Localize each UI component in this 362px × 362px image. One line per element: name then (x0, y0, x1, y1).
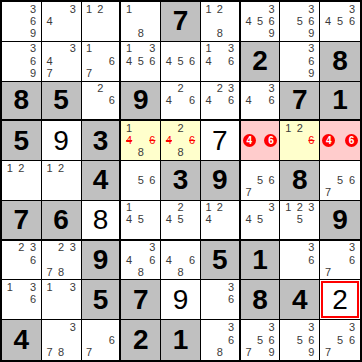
candidate-4-eliminated[interactable]: 4 (163, 135, 175, 147)
candidate-5[interactable]: 5 (135, 214, 147, 226)
candidate-7[interactable]: 7 (84, 67, 95, 79)
candidate-3[interactable]: 3 (306, 43, 318, 55)
candidate-1[interactable]: 1 (203, 3, 214, 15)
candidate-9[interactable]: 9 (27, 28, 39, 40)
cell-r4c4[interactable]: 1468 (121, 121, 161, 161)
candidate-2[interactable]: 2 (175, 122, 187, 134)
empty-mark-slot (106, 67, 117, 79)
cell-r6c7[interactable]: 345 (241, 201, 281, 241)
candidate-5[interactable]: 5 (254, 214, 266, 226)
candidate-6[interactable]: 6 (147, 254, 159, 266)
candidate-7[interactable]: 7 (44, 266, 56, 278)
empty-mark-slot (186, 226, 198, 238)
candidate-6[interactable]: 6 (147, 174, 159, 186)
candidate-6[interactable]: 6 (306, 254, 318, 266)
cell-r8c8[interactable]: 4 (280, 280, 320, 320)
cell-r9c5[interactable]: 1 (161, 320, 201, 360)
candidate-6[interactable]: 6 (27, 55, 39, 67)
empty-mark-slot (55, 254, 67, 266)
empty-mark-slot (254, 94, 266, 106)
candidate-3[interactable]: 3 (266, 321, 278, 334)
candidate-9[interactable]: 9 (266, 346, 278, 359)
candidate-3[interactable]: 3 (67, 242, 79, 254)
candidate-3[interactable]: 3 (306, 242, 318, 254)
candidate-4[interactable]: 4 (163, 254, 175, 266)
candidate-7[interactable]: 7 (322, 266, 334, 278)
cell-r3c1[interactable]: 8 (2, 82, 42, 122)
solved-digit: 7 (212, 127, 228, 155)
candidate-6[interactable]: 6 (306, 55, 318, 67)
cell-r1c4[interactable]: 18 (121, 2, 161, 42)
candidate-5[interactable]: 5 (135, 174, 147, 186)
empty-mark-slot (44, 187, 56, 199)
candidate-4[interactable]: 4 (163, 214, 175, 226)
candidate-8[interactable]: 8 (135, 266, 147, 278)
cell-r7c9[interactable]: 367 (320, 241, 360, 281)
cell-r5c4[interactable]: 56 (121, 161, 161, 201)
candidate-7[interactable]: 7 (322, 187, 334, 199)
candidate-6[interactable]: 6 (186, 55, 198, 67)
candidate-4-circled[interactable]: 4 (322, 134, 335, 147)
pencil-marks: 12 (82, 2, 120, 41)
empty-mark-slot (254, 226, 266, 238)
candidate-2[interactable]: 2 (16, 242, 28, 254)
empty-mark-slot (123, 174, 135, 186)
candidate-8[interactable]: 8 (135, 147, 147, 159)
cell-r2c6[interactable]: 1346 (201, 42, 241, 82)
candidate-8[interactable]: 8 (55, 346, 67, 359)
cell-r3c6[interactable]: 2346 (201, 82, 241, 122)
empty-mark-slot (225, 306, 236, 318)
candidate-6[interactable]: 6 (225, 334, 236, 347)
candidate-7[interactable]: 7 (44, 67, 56, 79)
given-digit: 7 (14, 206, 30, 234)
candidate-9[interactable]: 9 (306, 67, 318, 79)
pencil-marks: 3456 (320, 2, 360, 41)
candidate-2[interactable]: 2 (95, 3, 106, 15)
candidate-5[interactable]: 5 (334, 334, 346, 347)
candidate-3[interactable]: 3 (27, 43, 39, 55)
candidate-4[interactable]: 4 (322, 15, 334, 27)
candidate-9[interactable]: 9 (306, 346, 318, 359)
cell-r4c2[interactable]: 9 (42, 121, 82, 161)
cell-r6c5[interactable]: 245 (161, 201, 201, 241)
cell-r6c1[interactable]: 7 (2, 201, 42, 241)
cell-r7c1[interactable]: 236 (2, 241, 42, 281)
candidate-2[interactable]: 2 (294, 202, 306, 214)
cell-r4c8[interactable]: 126 (280, 121, 320, 161)
cell-r4c6[interactable]: 7 (201, 121, 241, 161)
candidate-6[interactable]: 6 (306, 15, 318, 27)
cell-r6c4[interactable]: 145 (121, 201, 161, 241)
cell-r9c8[interactable]: 3569 (280, 320, 320, 360)
candidate-1[interactable]: 1 (123, 122, 135, 134)
cell-r4c9[interactable]: 46 (320, 121, 360, 161)
candidate-5[interactable]: 5 (254, 15, 266, 27)
candidate-3[interactable]: 3 (67, 281, 79, 293)
cell-r6c6[interactable]: 124 (201, 201, 241, 241)
candidate-8[interactable]: 8 (175, 266, 187, 278)
candidate-3[interactable]: 3 (225, 321, 236, 334)
candidate-5[interactable]: 5 (175, 55, 187, 67)
candidate-6[interactable]: 6 (266, 15, 278, 27)
cell-r1c2[interactable]: 34 (42, 2, 82, 42)
candidate-5[interactable]: 5 (334, 174, 346, 186)
empty-mark-slot (334, 266, 346, 278)
candidate-6[interactable]: 6 (266, 174, 278, 186)
cell-r3c2[interactable]: 5 (42, 82, 82, 122)
cell-r8c5[interactable]: 9 (161, 280, 201, 320)
cell-r9c7[interactable]: 35679 (241, 320, 281, 360)
candidate-5[interactable]: 5 (135, 55, 147, 67)
candidate-1[interactable]: 1 (84, 43, 95, 55)
candidate-4-circled[interactable]: 4 (243, 134, 256, 147)
given-digit: 2 (133, 326, 149, 354)
candidate-3[interactable]: 3 (225, 43, 236, 55)
candidate-6-circled[interactable]: 6 (345, 134, 358, 147)
candidate-4[interactable]: 4 (243, 94, 255, 106)
cell-r1c1[interactable]: 369 (2, 2, 42, 42)
cell-r8c9[interactable]: 2 (320, 280, 360, 320)
cell-r5c2[interactable]: 12 (42, 161, 82, 201)
empty-mark-slot (322, 174, 334, 186)
candidate-6[interactable]: 6 (225, 55, 236, 67)
empty-mark-slot (163, 242, 175, 254)
cell-r5c6[interactable]: 9 (201, 161, 241, 201)
candidate-4[interactable]: 4 (123, 55, 135, 67)
candidate-7[interactable]: 7 (322, 346, 334, 359)
empty-mark-slot (334, 321, 346, 334)
candidate-3[interactable]: 3 (346, 242, 358, 254)
empty-mark-slot (282, 226, 294, 238)
empty-mark-slot (44, 242, 56, 254)
empty-mark-slot (123, 226, 135, 238)
candidate-3[interactable]: 3 (67, 43, 79, 55)
empty-mark-slot (16, 306, 28, 318)
cell-r7c8[interactable]: 36 (280, 241, 320, 281)
candidate-4[interactable]: 4 (203, 55, 214, 67)
candidate-1[interactable]: 1 (123, 3, 135, 15)
candidate-1[interactable]: 1 (282, 122, 294, 134)
cell-r5c1[interactable]: 12 (2, 161, 42, 201)
candidate-5[interactable]: 5 (294, 334, 306, 347)
cell-r3c9[interactable]: 1 (320, 82, 360, 122)
cell-r3c5[interactable]: 246 (161, 82, 201, 122)
empty-mark-slot (95, 55, 106, 67)
empty-mark-slot (106, 3, 117, 15)
candidate-2[interactable]: 2 (175, 202, 187, 214)
cell-r7c5[interactable]: 468 (161, 241, 201, 281)
candidate-1[interactable]: 1 (4, 162, 16, 174)
empty-mark-slot (186, 147, 198, 159)
candidate-6[interactable]: 6 (346, 15, 358, 27)
candidate-8[interactable]: 8 (55, 266, 67, 278)
candidate-3[interactable]: 3 (346, 321, 358, 334)
cell-r8c7[interactable]: 8 (241, 280, 281, 320)
candidate-5[interactable]: 5 (175, 214, 187, 226)
empty-mark-slot (147, 202, 159, 214)
candidate-6-circled[interactable]: 6 (264, 134, 277, 147)
cell-r9c6[interactable]: 368 (201, 320, 241, 360)
candidate-8[interactable]: 8 (214, 346, 225, 359)
empty-mark-slot (203, 294, 214, 306)
cell-r8c1[interactable]: 136 (2, 280, 42, 320)
cell-r2c2[interactable]: 347 (42, 42, 82, 82)
candidate-6-eliminated[interactable]: 6 (186, 135, 198, 147)
pencil-marks: 367 (320, 241, 360, 280)
cell-r9c9[interactable]: 3567 (320, 320, 360, 360)
empty-mark-slot (55, 55, 67, 67)
cell-r2c5[interactable]: 456 (161, 42, 201, 82)
candidate-4[interactable]: 4 (203, 214, 214, 226)
candidate-1[interactable]: 1 (44, 162, 56, 174)
candidate-1[interactable]: 1 (44, 281, 56, 293)
candidate-4[interactable]: 4 (243, 214, 255, 226)
cell-r1c7[interactable]: 34569 (241, 2, 281, 42)
cell-r6c2[interactable]: 6 (42, 201, 82, 241)
candidate-4[interactable]: 4 (44, 55, 56, 67)
empty-mark-slot (95, 28, 106, 40)
cell-r9c2[interactable]: 378 (42, 320, 82, 360)
empty-mark-slot (4, 55, 16, 67)
candidate-6[interactable]: 6 (106, 334, 117, 347)
empty-mark-slot (186, 242, 198, 254)
cell-r6c9[interactable]: 9 (320, 201, 360, 241)
empty-mark-slot (55, 43, 67, 55)
cell-r3c7[interactable]: 346 (241, 82, 281, 122)
empty-mark-slot (254, 202, 266, 214)
candidate-3[interactable]: 3 (147, 242, 159, 254)
pencil-marks: 3569 (280, 320, 319, 360)
empty-mark-slot (16, 55, 28, 67)
cell-r4c5[interactable]: 2468 (161, 121, 201, 161)
pencil-marks: 246 (161, 82, 200, 120)
candidate-7[interactable]: 7 (84, 346, 95, 359)
cell-r8c4[interactable]: 7 (121, 280, 161, 320)
cell-r4c3[interactable]: 3 (82, 121, 122, 161)
candidate-6[interactable]: 6 (106, 55, 117, 67)
given-digit: 5 (93, 286, 109, 314)
candidate-6[interactable]: 6 (266, 94, 278, 106)
candidate-2[interactable]: 2 (55, 242, 67, 254)
candidate-4[interactable]: 4 (123, 254, 135, 266)
cell-r8c2[interactable]: 13 (42, 280, 82, 320)
candidate-6[interactable]: 6 (27, 294, 39, 306)
candidate-8[interactable]: 8 (214, 28, 225, 40)
candidate-6[interactable]: 6 (27, 15, 39, 27)
cell-r2c7[interactable]: 2 (241, 42, 281, 82)
empty-mark-slot (44, 28, 56, 40)
candidate-5[interactable]: 5 (294, 214, 306, 226)
empty-mark-slot (27, 187, 39, 199)
cell-r8c3[interactable]: 5 (82, 280, 122, 320)
empty-mark-slot (44, 306, 56, 318)
empty-mark-slot (225, 3, 236, 15)
empty-mark-slot (106, 83, 117, 95)
candidate-5[interactable]: 5 (334, 15, 346, 27)
candidate-4[interactable]: 4 (123, 214, 135, 226)
cell-r4c1[interactable]: 5 (2, 121, 42, 161)
empty-mark-slot (203, 321, 214, 334)
cell-r1c6[interactable]: 128 (201, 2, 241, 42)
empty-mark-slot (214, 214, 225, 226)
empty-mark-slot (16, 28, 28, 40)
candidate-8[interactable]: 8 (135, 28, 147, 40)
empty-mark-slot (175, 106, 187, 118)
candidate-1[interactable]: 1 (84, 3, 95, 15)
empty-mark-slot (55, 174, 67, 186)
cell-r7c3[interactable]: 9 (82, 241, 122, 281)
candidate-8[interactable]: 8 (175, 147, 187, 159)
cell-r7c4[interactable]: 3468 (121, 241, 161, 281)
empty-mark-slot (306, 266, 318, 278)
candidate-3[interactable]: 3 (346, 3, 358, 15)
candidate-9[interactable]: 9 (266, 28, 278, 40)
cell-r7c2[interactable]: 2378 (42, 241, 82, 281)
cell-r5c7[interactable]: 567 (241, 161, 281, 201)
candidate-6[interactable]: 6 (225, 94, 236, 106)
candidate-4[interactable]: 4 (203, 94, 214, 106)
candidate-4[interactable]: 4 (163, 94, 175, 106)
empty-mark-slot (67, 334, 79, 347)
empty-mark-slot (214, 15, 225, 27)
cell-r9c4[interactable]: 2 (121, 320, 161, 360)
empty-mark-slot (203, 306, 214, 318)
cell-r5c5[interactable]: 3 (161, 161, 201, 201)
cell-r1c5[interactable]: 7 (161, 2, 201, 42)
candidate-3[interactable]: 3 (266, 83, 278, 95)
candidate-4-eliminated[interactable]: 4 (123, 135, 135, 147)
candidate-6[interactable]: 6 (346, 174, 358, 186)
candidate-1[interactable]: 1 (4, 281, 16, 293)
candidate-2[interactable]: 2 (214, 202, 225, 214)
empty-mark-slot (243, 28, 255, 40)
candidate-3[interactable]: 3 (147, 43, 159, 55)
empty-mark-slot (243, 202, 255, 214)
candidate-3[interactable]: 3 (225, 83, 236, 95)
candidate-1[interactable]: 1 (282, 202, 294, 214)
candidate-3[interactable]: 3 (266, 3, 278, 15)
given-digit: 5 (212, 246, 228, 274)
candidate-1[interactable]: 1 (123, 43, 135, 55)
candidate-7[interactable]: 7 (44, 346, 56, 359)
candidate-6[interactable]: 6 (186, 254, 198, 266)
candidate-4[interactable]: 4 (44, 15, 56, 27)
cell-r2c4[interactable]: 13456 (121, 42, 161, 82)
candidate-4[interactable]: 4 (163, 55, 175, 67)
pencil-marks: 468 (161, 241, 200, 280)
candidate-3[interactable]: 3 (27, 281, 39, 293)
candidate-5[interactable]: 5 (254, 174, 266, 186)
candidate-3[interactable]: 3 (306, 3, 318, 15)
candidate-2[interactable]: 2 (16, 162, 28, 174)
candidate-6[interactable]: 6 (106, 94, 117, 106)
candidate-6[interactable]: 6 (186, 94, 198, 106)
pencil-marks: 34 (42, 2, 81, 41)
pencil-marks: 12 (2, 161, 41, 200)
cell-r5c9[interactable]: 567 (320, 161, 360, 201)
cell-r7c7[interactable]: 1 (241, 241, 281, 281)
cell-r3c8[interactable]: 7 (280, 82, 320, 122)
candidate-6[interactable]: 6 (306, 334, 318, 347)
cell-r4c7[interactable]: 46 (241, 121, 281, 161)
candidate-3[interactable]: 3 (27, 242, 39, 254)
candidate-4[interactable]: 4 (243, 15, 255, 27)
red-circle-icon: 6 (345, 134, 358, 147)
candidate-6[interactable]: 6 (225, 294, 236, 306)
cell-r2c9[interactable]: 8 (320, 42, 360, 82)
candidate-6[interactable]: 6 (27, 254, 39, 266)
candidate-9[interactable]: 9 (306, 28, 318, 40)
candidate-7[interactable]: 7 (243, 346, 255, 359)
candidate-3[interactable]: 3 (306, 202, 318, 214)
empty-mark-slot (322, 28, 334, 40)
pencil-marks: 167 (82, 42, 120, 81)
empty-mark-slot (67, 67, 79, 79)
candidate-6-eliminated[interactable]: 6 (306, 135, 318, 147)
cell-r7c6[interactable]: 5 (201, 241, 241, 281)
cell-r8c6[interactable]: 36 (201, 280, 241, 320)
cell-r3c3[interactable]: 26 (82, 82, 122, 122)
cell-r1c3[interactable]: 12 (82, 2, 122, 42)
cell-r1c8[interactable]: 3569 (280, 2, 320, 42)
candidate-6-eliminated[interactable]: 6 (147, 135, 159, 147)
candidate-2[interactable]: 2 (214, 3, 225, 15)
candidate-2[interactable]: 2 (294, 122, 306, 134)
empty-mark-slot (306, 214, 318, 226)
candidate-7[interactable]: 7 (243, 187, 255, 199)
candidate-2[interactable]: 2 (55, 162, 67, 174)
candidate-3[interactable]: 3 (67, 321, 79, 334)
candidate-3[interactable]: 3 (27, 3, 39, 15)
candidate-6[interactable]: 6 (147, 55, 159, 67)
cell-r6c8[interactable]: 1235 (280, 201, 320, 241)
cell-r9c3[interactable]: 67 (82, 320, 122, 360)
cell-r2c1[interactable]: 369 (2, 42, 42, 82)
empty-mark-slot (147, 147, 159, 159)
candidate-9[interactable]: 9 (27, 67, 39, 79)
candidate-3[interactable]: 3 (225, 281, 236, 293)
candidate-3[interactable]: 3 (266, 202, 278, 214)
cell-r1c9[interactable]: 3456 (320, 2, 360, 42)
candidate-5[interactable]: 5 (294, 15, 306, 27)
cell-r2c3[interactable]: 167 (82, 42, 122, 82)
candidate-6[interactable]: 6 (346, 334, 358, 347)
empty-mark-slot (55, 294, 67, 306)
candidate-2[interactable]: 2 (95, 83, 106, 95)
candidate-1[interactable]: 1 (203, 43, 214, 55)
cell-r5c8[interactable]: 8 (280, 161, 320, 201)
empty-mark-slot (334, 3, 346, 15)
empty-mark-slot (243, 147, 256, 159)
candidate-2[interactable]: 2 (175, 83, 187, 95)
candidate-1[interactable]: 1 (203, 202, 214, 214)
candidate-6[interactable]: 6 (266, 334, 278, 347)
cell-r5c3[interactable]: 4 (82, 161, 122, 201)
red-circle-icon: 4 (322, 134, 335, 147)
candidate-3[interactable]: 3 (306, 321, 318, 334)
cell-r9c1[interactable]: 4 (2, 320, 42, 360)
candidate-1[interactable]: 1 (123, 202, 135, 214)
cell-r2c8[interactable]: 369 (280, 42, 320, 82)
candidate-5[interactable]: 5 (254, 334, 266, 347)
cell-r6c3[interactable]: 8 (82, 201, 122, 241)
cell-r3c4[interactable]: 9 (121, 82, 161, 122)
candidate-6[interactable]: 6 (346, 254, 358, 266)
empty-mark-slot (55, 187, 67, 199)
candidate-2[interactable]: 2 (214, 83, 225, 95)
candidate-3[interactable]: 3 (67, 3, 79, 15)
